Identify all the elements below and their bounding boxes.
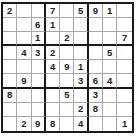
cell-r7c9[interactable] xyxy=(117,89,131,103)
cell-r4c5[interactable] xyxy=(60,46,74,60)
cell-r3c9[interactable]: 7 xyxy=(117,32,131,46)
cell-r6c9[interactable] xyxy=(117,74,131,88)
cell-r7c7[interactable]: 3 xyxy=(89,89,103,103)
cell-r8c1[interactable] xyxy=(3,103,17,117)
cell-r9c3[interactable]: 9 xyxy=(32,117,46,131)
cell-r9c9[interactable]: 1 xyxy=(117,117,131,131)
cell-r9c5[interactable] xyxy=(60,117,74,131)
sudoku-board-wrapper: 2759161127432549193648532829841 xyxy=(0,0,140,133)
cell-r3c3[interactable]: 1 xyxy=(32,32,46,46)
cell-r8c3[interactable] xyxy=(32,103,46,117)
cell-r2c6[interactable] xyxy=(74,18,88,32)
cell-r6c7[interactable]: 6 xyxy=(89,74,103,88)
cell-r4c9[interactable] xyxy=(117,46,131,60)
cell-r3c5[interactable]: 2 xyxy=(60,32,74,46)
cell-r1c8[interactable]: 1 xyxy=(103,4,117,18)
cell-r2c5[interactable] xyxy=(60,18,74,32)
cell-r8c9[interactable] xyxy=(117,103,131,117)
cell-r7c5[interactable]: 5 xyxy=(60,89,74,103)
cell-r9c1[interactable] xyxy=(3,117,17,131)
cell-r1c6[interactable]: 5 xyxy=(74,4,88,18)
cell-r5c3[interactable] xyxy=(32,60,46,74)
cell-r2c9[interactable] xyxy=(117,18,131,32)
cell-r9c7[interactable] xyxy=(89,117,103,131)
cell-r7c8[interactable] xyxy=(103,89,117,103)
cell-r5c9[interactable] xyxy=(117,60,131,74)
cell-r3c1[interactable] xyxy=(3,32,17,46)
cell-r4c6[interactable] xyxy=(74,46,88,60)
cell-r4c8[interactable]: 5 xyxy=(103,46,117,60)
cell-r2c4[interactable]: 1 xyxy=(46,18,60,32)
cell-r3c2[interactable] xyxy=(17,32,31,46)
cell-r5c7[interactable] xyxy=(89,60,103,74)
cell-r8c4[interactable] xyxy=(46,103,60,117)
cell-r7c4[interactable] xyxy=(46,89,60,103)
cell-r9c4[interactable]: 8 xyxy=(46,117,60,131)
cell-r3c4[interactable] xyxy=(46,32,60,46)
cell-r4c2[interactable]: 4 xyxy=(17,46,31,60)
cell-r5c2[interactable] xyxy=(17,60,31,74)
cell-r5c4[interactable]: 4 xyxy=(46,60,60,74)
cell-r3c6[interactable] xyxy=(74,32,88,46)
cell-r5c8[interactable] xyxy=(103,60,117,74)
cell-r6c6[interactable]: 3 xyxy=(74,74,88,88)
cell-r8c5[interactable] xyxy=(60,103,74,117)
cell-r8c8[interactable] xyxy=(103,103,117,117)
cell-r2c3[interactable]: 6 xyxy=(32,18,46,32)
cell-r6c3[interactable] xyxy=(32,74,46,88)
cell-r7c6[interactable] xyxy=(74,89,88,103)
cell-r5c1[interactable] xyxy=(3,60,17,74)
cell-r1c5[interactable] xyxy=(60,4,74,18)
sudoku-board: 2759161127432549193648532829841 xyxy=(1,2,134,133)
cell-r3c7[interactable] xyxy=(89,32,103,46)
cell-r2c2[interactable] xyxy=(17,18,31,32)
cell-r4c4[interactable]: 2 xyxy=(46,46,60,60)
cell-r7c2[interactable] xyxy=(17,89,31,103)
cell-r6c8[interactable]: 4 xyxy=(103,74,117,88)
cell-r1c2[interactable] xyxy=(17,4,31,18)
cell-r2c7[interactable] xyxy=(89,18,103,32)
cell-r9c8[interactable] xyxy=(103,117,117,131)
cell-r7c1[interactable]: 8 xyxy=(3,89,17,103)
cell-r4c3[interactable]: 3 xyxy=(32,46,46,60)
cell-r6c4[interactable] xyxy=(46,74,60,88)
cell-r5c6[interactable]: 1 xyxy=(74,60,88,74)
cell-r8c2[interactable] xyxy=(17,103,31,117)
cell-r6c1[interactable] xyxy=(3,74,17,88)
cell-r1c9[interactable] xyxy=(117,4,131,18)
cell-r2c1[interactable] xyxy=(3,18,17,32)
cell-r1c1[interactable]: 2 xyxy=(3,4,17,18)
cell-r1c3[interactable] xyxy=(32,4,46,18)
cell-r3c8[interactable] xyxy=(103,32,117,46)
cell-r6c5[interactable] xyxy=(60,74,74,88)
cell-r9c6[interactable]: 4 xyxy=(74,117,88,131)
cell-r9c2[interactable]: 2 xyxy=(17,117,31,131)
cell-r1c7[interactable]: 9 xyxy=(89,4,103,18)
cell-r4c7[interactable] xyxy=(89,46,103,60)
cell-r8c6[interactable]: 2 xyxy=(74,103,88,117)
cell-r4c1[interactable] xyxy=(3,46,17,60)
cell-r6c2[interactable]: 9 xyxy=(17,74,31,88)
cell-r8c7[interactable]: 8 xyxy=(89,103,103,117)
cell-r5c5[interactable]: 9 xyxy=(60,60,74,74)
cell-r7c3[interactable] xyxy=(32,89,46,103)
cell-r1c4[interactable]: 7 xyxy=(46,4,60,18)
cell-r2c8[interactable] xyxy=(103,18,117,32)
